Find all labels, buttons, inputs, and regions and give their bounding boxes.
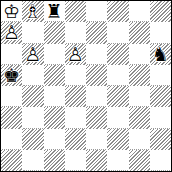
square-d7[interactable]	[65, 22, 86, 43]
square-b7[interactable]	[22, 22, 43, 43]
white-king-icon: ♔	[1, 1, 22, 22]
square-a7[interactable]: ♟♙	[1, 22, 22, 43]
white-pawn-icon: ♙	[1, 22, 22, 43]
square-d8[interactable]	[65, 1, 86, 22]
square-g4[interactable]	[129, 86, 150, 107]
square-f4[interactable]	[107, 86, 128, 107]
square-c6[interactable]	[44, 44, 65, 65]
square-g3[interactable]	[129, 107, 150, 128]
square-h7[interactable]	[150, 22, 171, 43]
square-b8[interactable]: ♝♗	[22, 1, 43, 22]
square-d5[interactable]	[65, 65, 86, 86]
square-f6[interactable]	[107, 44, 128, 65]
square-h2[interactable]	[150, 129, 171, 150]
square-c8[interactable]: ♜♜	[44, 1, 65, 22]
square-g2[interactable]	[129, 129, 150, 150]
white-bishop[interactable]: ♝♗	[22, 1, 43, 22]
square-h5[interactable]	[150, 65, 171, 86]
square-a5[interactable]: ♚♚	[1, 65, 22, 86]
white-pawn[interactable]: ♟♙	[22, 44, 43, 65]
square-h8[interactable]	[150, 1, 171, 22]
chess-board: ♚♔♝♗♜♜♟♙♟♙♟♙♞♞♚♚	[0, 0, 172, 172]
black-knight[interactable]: ♞♞	[150, 44, 171, 65]
black-rook-icon: ♜	[44, 1, 65, 22]
square-e5[interactable]	[86, 65, 107, 86]
square-d3[interactable]	[65, 107, 86, 128]
black-king[interactable]: ♚♚	[1, 65, 22, 86]
white-pawn[interactable]: ♟♙	[65, 44, 86, 65]
square-h6[interactable]: ♞♞	[150, 44, 171, 65]
square-c2[interactable]	[44, 129, 65, 150]
square-a2[interactable]	[1, 129, 22, 150]
square-e7[interactable]	[86, 22, 107, 43]
square-b1[interactable]	[22, 150, 43, 171]
square-b2[interactable]	[22, 129, 43, 150]
square-b6[interactable]: ♟♙	[22, 44, 43, 65]
white-pawn-icon: ♙	[22, 44, 43, 65]
square-g7[interactable]	[129, 22, 150, 43]
square-d6[interactable]: ♟♙	[65, 44, 86, 65]
square-c1[interactable]	[44, 150, 65, 171]
square-h3[interactable]	[150, 107, 171, 128]
white-pawn[interactable]: ♟♙	[1, 22, 22, 43]
square-f2[interactable]	[107, 129, 128, 150]
square-h1[interactable]	[150, 150, 171, 171]
square-a3[interactable]	[1, 107, 22, 128]
square-f1[interactable]	[107, 150, 128, 171]
square-a6[interactable]	[1, 44, 22, 65]
black-rook[interactable]: ♜♜	[44, 1, 65, 22]
square-g8[interactable]	[129, 1, 150, 22]
square-g1[interactable]	[129, 150, 150, 171]
square-d4[interactable]	[65, 86, 86, 107]
square-g6[interactable]	[129, 44, 150, 65]
square-e2[interactable]	[86, 129, 107, 150]
square-f3[interactable]	[107, 107, 128, 128]
square-a4[interactable]	[1, 86, 22, 107]
square-e4[interactable]	[86, 86, 107, 107]
white-pawn-icon: ♙	[65, 44, 86, 65]
square-h4[interactable]	[150, 86, 171, 107]
square-f8[interactable]	[107, 1, 128, 22]
square-b3[interactable]	[22, 107, 43, 128]
square-c3[interactable]	[44, 107, 65, 128]
square-e6[interactable]	[86, 44, 107, 65]
square-a1[interactable]	[1, 150, 22, 171]
square-b5[interactable]	[22, 65, 43, 86]
square-f5[interactable]	[107, 65, 128, 86]
square-e8[interactable]	[86, 1, 107, 22]
square-b4[interactable]	[22, 86, 43, 107]
square-e1[interactable]	[86, 150, 107, 171]
square-g5[interactable]	[129, 65, 150, 86]
square-c7[interactable]	[44, 22, 65, 43]
black-king-icon: ♚	[1, 65, 22, 86]
square-a8[interactable]: ♚♔	[1, 1, 22, 22]
square-c4[interactable]	[44, 86, 65, 107]
square-f7[interactable]	[107, 22, 128, 43]
square-e3[interactable]	[86, 107, 107, 128]
white-king[interactable]: ♚♔	[1, 1, 22, 22]
black-knight-icon: ♞	[150, 44, 171, 65]
white-bishop-icon: ♗	[22, 1, 43, 22]
square-c5[interactable]	[44, 65, 65, 86]
square-d2[interactable]	[65, 129, 86, 150]
square-d1[interactable]	[65, 150, 86, 171]
